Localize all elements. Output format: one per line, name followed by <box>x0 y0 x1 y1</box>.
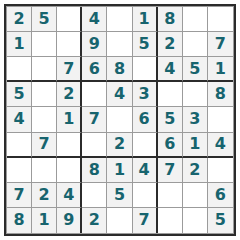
cell-r7c4[interactable]: 8 <box>82 158 107 183</box>
sudoku-board: 2541819527768451524384176537261481472724… <box>4 4 236 236</box>
cell-r1c7[interactable]: 8 <box>158 7 183 32</box>
cell-r8c5[interactable]: 5 <box>107 183 132 208</box>
cell-r9c3[interactable]: 9 <box>57 208 82 233</box>
cell-r2c3[interactable] <box>57 32 82 57</box>
cell-r9c2[interactable]: 1 <box>32 208 57 233</box>
cell-r3c5[interactable]: 8 <box>107 57 132 82</box>
cell-r2c1[interactable]: 1 <box>7 32 32 57</box>
cell-r3c3[interactable]: 7 <box>57 57 82 82</box>
cell-r8c7[interactable] <box>158 183 183 208</box>
cell-r1c2[interactable]: 5 <box>32 7 57 32</box>
cell-r4c1[interactable]: 5 <box>7 82 32 107</box>
cell-r1c6[interactable]: 1 <box>133 7 158 32</box>
cell-r6c9[interactable]: 4 <box>208 133 233 158</box>
cell-r5c5[interactable] <box>107 107 132 132</box>
cell-r7c1[interactable] <box>7 158 32 183</box>
sudoku-page: 2541819527768451524384176537261481472724… <box>0 0 240 240</box>
cell-r8c2[interactable]: 2 <box>32 183 57 208</box>
cell-r3c2[interactable] <box>32 57 57 82</box>
cell-r9c4[interactable]: 2 <box>82 208 107 233</box>
cell-r8c8[interactable] <box>183 183 208 208</box>
cell-r4c4[interactable] <box>82 82 107 107</box>
cell-r1c5[interactable] <box>107 7 132 32</box>
cell-r5c1[interactable]: 4 <box>7 107 32 132</box>
cell-r3c7[interactable]: 4 <box>158 57 183 82</box>
cell-r7c6[interactable]: 4 <box>133 158 158 183</box>
cell-r6c4[interactable] <box>82 133 107 158</box>
cell-r5c9[interactable] <box>208 107 233 132</box>
cell-r1c4[interactable]: 4 <box>82 7 107 32</box>
cell-r6c6[interactable] <box>133 133 158 158</box>
cell-r9c5[interactable] <box>107 208 132 233</box>
cell-r6c8[interactable]: 1 <box>183 133 208 158</box>
cell-r4c3[interactable]: 2 <box>57 82 82 107</box>
cell-r2c4[interactable]: 9 <box>82 32 107 57</box>
cell-r3c4[interactable]: 6 <box>82 57 107 82</box>
cell-r4c9[interactable]: 8 <box>208 82 233 107</box>
cell-r9c6[interactable]: 7 <box>133 208 158 233</box>
cell-r5c6[interactable]: 6 <box>133 107 158 132</box>
cell-r8c9[interactable]: 6 <box>208 183 233 208</box>
cell-r1c3[interactable] <box>57 7 82 32</box>
sudoku-grid: 2541819527768451524384176537261481472724… <box>6 6 234 234</box>
cell-r2c8[interactable] <box>183 32 208 57</box>
cell-r5c3[interactable]: 1 <box>57 107 82 132</box>
cell-r4c2[interactable] <box>32 82 57 107</box>
cell-r1c1[interactable]: 2 <box>7 7 32 32</box>
cell-r5c4[interactable]: 7 <box>82 107 107 132</box>
cell-r7c5[interactable]: 1 <box>107 158 132 183</box>
cell-r2c5[interactable] <box>107 32 132 57</box>
cell-r7c8[interactable]: 2 <box>183 158 208 183</box>
cell-r6c1[interactable] <box>7 133 32 158</box>
cell-r7c2[interactable] <box>32 158 57 183</box>
cell-r3c6[interactable] <box>133 57 158 82</box>
cell-r9c9[interactable]: 5 <box>208 208 233 233</box>
cell-r8c4[interactable] <box>82 183 107 208</box>
cell-r2c9[interactable]: 7 <box>208 32 233 57</box>
cell-r3c8[interactable]: 5 <box>183 57 208 82</box>
cell-r1c8[interactable] <box>183 7 208 32</box>
cell-r6c3[interactable] <box>57 133 82 158</box>
cell-r5c2[interactable] <box>32 107 57 132</box>
cell-r3c9[interactable]: 1 <box>208 57 233 82</box>
cell-r2c7[interactable]: 2 <box>158 32 183 57</box>
cell-r4c7[interactable] <box>158 82 183 107</box>
cell-r9c8[interactable] <box>183 208 208 233</box>
cell-r2c2[interactable] <box>32 32 57 57</box>
cell-r6c7[interactable]: 6 <box>158 133 183 158</box>
cell-r3c1[interactable] <box>7 57 32 82</box>
cell-r2c6[interactable]: 5 <box>133 32 158 57</box>
cell-r1c9[interactable] <box>208 7 233 32</box>
cell-r7c7[interactable]: 7 <box>158 158 183 183</box>
cell-r9c7[interactable] <box>158 208 183 233</box>
cell-r7c3[interactable] <box>57 158 82 183</box>
cell-r5c8[interactable]: 3 <box>183 107 208 132</box>
cell-r5c7[interactable]: 5 <box>158 107 183 132</box>
cell-r4c6[interactable]: 3 <box>133 82 158 107</box>
cell-r8c6[interactable] <box>133 183 158 208</box>
cell-r7c9[interactable] <box>208 158 233 183</box>
cell-r4c8[interactable] <box>183 82 208 107</box>
cell-r6c2[interactable]: 7 <box>32 133 57 158</box>
cell-r8c3[interactable]: 4 <box>57 183 82 208</box>
cell-r9c1[interactable]: 8 <box>7 208 32 233</box>
cell-r4c5[interactable]: 4 <box>107 82 132 107</box>
cell-r8c1[interactable]: 7 <box>7 183 32 208</box>
cell-r6c5[interactable]: 2 <box>107 133 132 158</box>
